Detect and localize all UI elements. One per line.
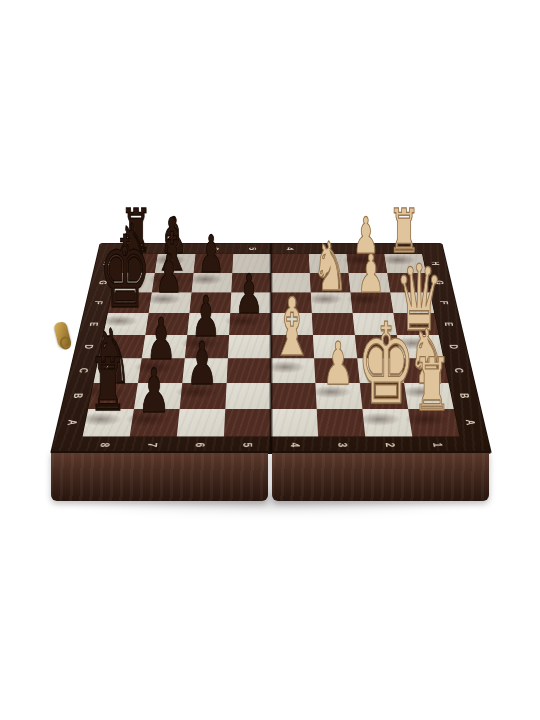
piece-black-rook-a8[interactable]: ♜	[88, 348, 126, 421]
piece-black-pawn-a7[interactable]: ♟	[138, 360, 170, 421]
coord-label-2: 2	[379, 439, 400, 451]
coord-label-5: 5	[237, 439, 257, 451]
piece-black-king-e8[interactable]: ♚	[99, 223, 152, 323]
box-side-left-half	[51, 451, 268, 501]
square-a5[interactable]	[224, 409, 271, 437]
piece-white-pawn-f2[interactable]: ♟	[357, 248, 385, 301]
piece-black-pawn-g6[interactable]: ♟	[198, 229, 225, 281]
piece-black-pawn-e5[interactable]: ♟	[235, 268, 264, 322]
piece-white-rook-a1[interactable]: ♜	[413, 348, 451, 421]
piece-black-pawn-f7[interactable]: ♟	[155, 248, 183, 301]
product-photo-background: { "game": "chess", "scene": { "descripti…	[0, 0, 540, 720]
square-b4[interactable]	[271, 383, 317, 409]
square-a6[interactable]	[177, 409, 226, 437]
coord-label-3: 3	[332, 439, 353, 451]
coord-label-4: 4	[285, 439, 305, 451]
piece-white-knight-f3[interactable]: ♞	[313, 233, 349, 301]
square-b5[interactable]	[225, 383, 271, 409]
square-d5[interactable]	[228, 335, 271, 358]
coord-label-4: 4	[282, 245, 298, 253]
brass-clasp	[53, 321, 72, 349]
piece-white-pawn-b3[interactable]: ♟	[322, 335, 353, 394]
piece-white-king-a2[interactable]: ♚	[357, 309, 416, 421]
coord-label-1: 1	[426, 439, 448, 451]
square-a4[interactable]	[271, 409, 318, 437]
square-h4[interactable]	[271, 254, 310, 273]
coord-label-5: 5	[244, 245, 260, 253]
coord-label-B: B	[454, 390, 475, 401]
coord-label-8: 8	[94, 439, 116, 451]
coord-label-C: C	[448, 365, 468, 375]
piece-white-bishop-c4[interactable]: ♝	[271, 289, 313, 369]
coord-label-6: 6	[189, 439, 210, 451]
box-side-right-half	[272, 451, 489, 501]
piece-black-pawn-b6[interactable]: ♟	[187, 335, 218, 394]
square-c5[interactable]	[227, 358, 271, 383]
coord-label-A: A	[459, 417, 481, 428]
coord-label-7: 7	[141, 439, 162, 451]
